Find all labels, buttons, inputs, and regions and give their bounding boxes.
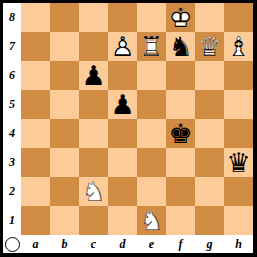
square-f5[interactable] (166, 90, 195, 119)
square-f1[interactable] (166, 206, 195, 235)
square-e3[interactable] (137, 148, 166, 177)
square-f3[interactable] (166, 148, 195, 177)
black-queen: ♛ (224, 148, 253, 177)
rank-label-1: 1 (3, 206, 21, 235)
square-h4[interactable] (224, 119, 253, 148)
rank-label-7: 7 (3, 32, 21, 61)
square-b1[interactable] (50, 206, 79, 235)
square-a7[interactable] (21, 32, 50, 61)
black-king: ♚ (166, 119, 195, 148)
square-h2[interactable] (224, 177, 253, 206)
rank-label-4: 4 (3, 119, 21, 148)
square-g5[interactable] (195, 90, 224, 119)
square-b3[interactable] (50, 148, 79, 177)
rank-label-2: 2 (3, 177, 21, 206)
file-label-e: e (137, 235, 166, 253)
white-king: ♚ (166, 3, 195, 32)
square-g4[interactable] (195, 119, 224, 148)
square-c2[interactable]: ♞♘ (79, 177, 108, 206)
file-label-b: b (50, 235, 79, 253)
file-label-g: g (195, 235, 224, 253)
square-c8[interactable] (79, 3, 108, 32)
square-a2[interactable] (21, 177, 50, 206)
white-knight: ♞ (137, 206, 166, 235)
square-d2[interactable] (108, 177, 137, 206)
square-e5[interactable] (137, 90, 166, 119)
square-h5[interactable] (224, 90, 253, 119)
black-pawn: ♟ (108, 90, 137, 119)
square-b6[interactable] (50, 61, 79, 90)
square-a4[interactable] (21, 119, 50, 148)
square-b8[interactable] (50, 3, 79, 32)
white-pawn-outline: ♙ (108, 32, 137, 61)
square-e6[interactable] (137, 61, 166, 90)
square-g6[interactable] (195, 61, 224, 90)
square-g8[interactable] (195, 3, 224, 32)
square-c3[interactable] (79, 148, 108, 177)
square-d1[interactable] (108, 206, 137, 235)
square-d6[interactable] (108, 61, 137, 90)
square-f7[interactable]: ♞ (166, 32, 195, 61)
white-bishop-outline: ♗ (224, 32, 253, 61)
white-queen-outline: ♕ (195, 32, 224, 61)
white-bishop: ♝ (224, 32, 253, 61)
square-a6[interactable] (21, 61, 50, 90)
square-e2[interactable] (137, 177, 166, 206)
square-g3[interactable] (195, 148, 224, 177)
square-b2[interactable] (50, 177, 79, 206)
square-d5[interactable]: ♟ (108, 90, 137, 119)
square-f2[interactable] (166, 177, 195, 206)
square-h8[interactable] (224, 3, 253, 32)
square-e1[interactable]: ♞♘ (137, 206, 166, 235)
square-h7[interactable]: ♝♗ (224, 32, 253, 61)
square-h3[interactable]: ♛ (224, 148, 253, 177)
square-d4[interactable] (108, 119, 137, 148)
white-to-move-indicator-icon (5, 237, 20, 252)
square-g1[interactable] (195, 206, 224, 235)
white-rook: ♜ (137, 32, 166, 61)
square-c5[interactable] (79, 90, 108, 119)
chess-board: 8♚♔7♟♙♜♖♞♛♕♝♗6♟5♟4♚3♛2♞♘1♞♘abcdefgh (3, 3, 253, 253)
square-b4[interactable] (50, 119, 79, 148)
white-pawn: ♟ (108, 32, 137, 61)
square-e7[interactable]: ♜♖ (137, 32, 166, 61)
square-c7[interactable] (79, 32, 108, 61)
rank-label-8: 8 (3, 3, 21, 32)
square-a5[interactable] (21, 90, 50, 119)
square-b5[interactable] (50, 90, 79, 119)
white-knight-outline: ♘ (137, 206, 166, 235)
diagram-frame: 8♚♔7♟♙♜♖♞♛♕♝♗6♟5♟4♚3♛2♞♘1♞♘abcdefgh (0, 0, 257, 257)
black-pawn: ♟ (79, 61, 108, 90)
file-label-a: a (21, 235, 50, 253)
file-label-h: h (224, 235, 253, 253)
file-label-f: f (166, 235, 195, 253)
square-c4[interactable] (79, 119, 108, 148)
rank-label-6: 6 (3, 61, 21, 90)
square-c1[interactable] (79, 206, 108, 235)
square-f6[interactable] (166, 61, 195, 90)
square-h1[interactable] (224, 206, 253, 235)
square-g2[interactable] (195, 177, 224, 206)
square-a3[interactable] (21, 148, 50, 177)
square-c6[interactable]: ♟ (79, 61, 108, 90)
rank-label-3: 3 (3, 148, 21, 177)
file-label-c: c (79, 235, 108, 253)
white-king-outline: ♔ (166, 3, 195, 32)
square-d3[interactable] (108, 148, 137, 177)
white-rook-outline: ♖ (137, 32, 166, 61)
rank-label-5: 5 (3, 90, 21, 119)
white-knight-outline: ♘ (79, 177, 108, 206)
square-g7[interactable]: ♛♕ (195, 32, 224, 61)
square-b7[interactable] (50, 32, 79, 61)
square-d7[interactable]: ♟♙ (108, 32, 137, 61)
square-e8[interactable] (137, 3, 166, 32)
black-knight: ♞ (166, 32, 195, 61)
square-a1[interactable] (21, 206, 50, 235)
square-d8[interactable] (108, 3, 137, 32)
square-e4[interactable] (137, 119, 166, 148)
square-a8[interactable] (21, 3, 50, 32)
white-queen: ♛ (195, 32, 224, 61)
side-to-move-corner (3, 235, 21, 253)
square-f4[interactable]: ♚ (166, 119, 195, 148)
square-f8[interactable]: ♚♔ (166, 3, 195, 32)
file-label-d: d (108, 235, 137, 253)
white-knight: ♞ (79, 177, 108, 206)
square-h6[interactable] (224, 61, 253, 90)
